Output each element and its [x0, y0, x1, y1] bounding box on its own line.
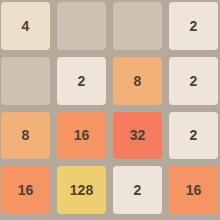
tile-4-r1c1: 4: [1, 2, 50, 50]
empty-cell-r1c3: [113, 2, 162, 50]
tile-2-r2c4: 2: [169, 57, 218, 105]
tile-32-r3c3: 32: [113, 112, 162, 160]
tile-2-r4c3: 2: [113, 166, 162, 214]
tile-16-r3c2: 16: [57, 112, 106, 160]
tile-2-r1c4: 2: [169, 2, 218, 50]
tile-8-r3c1: 8: [1, 112, 50, 160]
tile-16-r4c4: 16: [169, 166, 218, 214]
tile-2-r3c4: 2: [169, 112, 218, 160]
board-2048[interactable]: 4228281632216128216: [0, 0, 220, 220]
tile-8-r2c3: 8: [113, 57, 162, 105]
tile-16-r4c1: 16: [1, 166, 50, 214]
empty-cell-r2c1: [1, 57, 50, 105]
empty-cell-r1c2: [57, 2, 106, 50]
tile-128-r4c2: 128: [57, 166, 106, 214]
tile-2-r2c2: 2: [57, 57, 106, 105]
